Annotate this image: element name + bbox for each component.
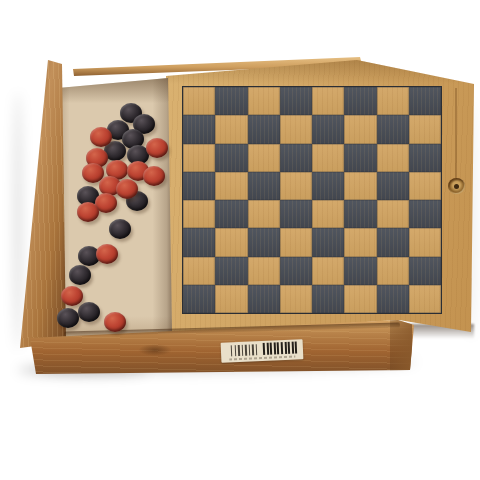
board-square <box>312 200 344 228</box>
board-square <box>248 285 280 313</box>
board-square <box>344 144 376 172</box>
board-square <box>215 172 247 200</box>
board-square <box>248 257 280 285</box>
board-square <box>215 257 247 285</box>
checkerboard <box>182 86 442 314</box>
board-square <box>377 257 409 285</box>
board-square <box>409 257 441 285</box>
board-square <box>280 285 312 313</box>
board-square <box>409 200 441 228</box>
board-square <box>215 200 247 228</box>
box-left-wall <box>18 56 70 352</box>
board-square <box>280 257 312 285</box>
board-square <box>248 144 280 172</box>
board-square <box>409 144 441 172</box>
board-square <box>183 115 215 143</box>
board-square <box>215 115 247 143</box>
board-square <box>183 87 215 115</box>
board-square <box>377 285 409 313</box>
board-square <box>280 144 312 172</box>
board-square <box>280 200 312 228</box>
board-square <box>215 228 247 256</box>
board-square <box>377 87 409 115</box>
product-photo <box>0 0 480 480</box>
board-square <box>377 228 409 256</box>
board-square <box>183 228 215 256</box>
barcode-sticker <box>221 339 304 363</box>
board-square <box>280 87 312 115</box>
board-square <box>344 257 376 285</box>
board-square <box>248 172 280 200</box>
board-square <box>312 285 344 313</box>
board-square <box>248 115 280 143</box>
board-square <box>183 257 215 285</box>
board-square <box>344 172 376 200</box>
wood-grain-crack <box>455 88 457 178</box>
barcode-bars-icon <box>263 341 297 354</box>
barcode-bars-icon <box>231 344 257 356</box>
finger-hole <box>448 178 465 194</box>
board-square <box>312 172 344 200</box>
board-square <box>312 257 344 285</box>
board-square <box>409 172 441 200</box>
board-square <box>280 228 312 256</box>
board-square <box>215 285 247 313</box>
board-square <box>183 144 215 172</box>
board-square <box>312 87 344 115</box>
board-square <box>409 285 441 313</box>
barcode-caption <box>229 356 295 361</box>
board-square <box>377 115 409 143</box>
board-square <box>409 115 441 143</box>
wood-knot <box>138 344 172 356</box>
board-square <box>344 228 376 256</box>
board-square <box>377 144 409 172</box>
board-square <box>248 87 280 115</box>
board-square <box>183 172 215 200</box>
board-square <box>248 200 280 228</box>
board-square <box>280 172 312 200</box>
board-square <box>183 285 215 313</box>
board-square <box>312 228 344 256</box>
board-square <box>344 285 376 313</box>
board-square <box>409 228 441 256</box>
cast-shadow <box>13 92 23 350</box>
board-square <box>215 144 247 172</box>
board-square <box>377 200 409 228</box>
board-square <box>344 115 376 143</box>
board-square <box>344 87 376 115</box>
board-square <box>344 200 376 228</box>
board-square <box>280 115 312 143</box>
board-square <box>312 144 344 172</box>
board-square <box>183 200 215 228</box>
board-square <box>377 172 409 200</box>
board-square <box>248 228 280 256</box>
board-square <box>215 87 247 115</box>
board-square <box>312 115 344 143</box>
board-square <box>409 87 441 115</box>
storage-tray <box>54 74 174 340</box>
box-lid <box>164 58 474 334</box>
